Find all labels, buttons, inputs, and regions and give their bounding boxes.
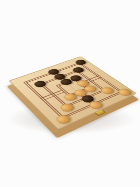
product-photo xyxy=(0,0,140,187)
